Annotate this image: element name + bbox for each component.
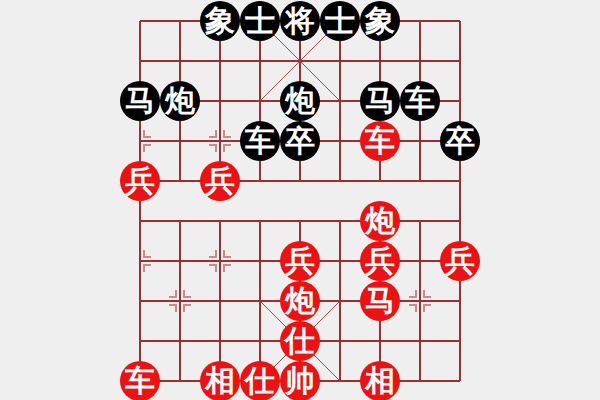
piece-black-chariot[interactable]: 车 xyxy=(400,81,440,121)
point-marker xyxy=(223,264,231,272)
piece-red-soldier[interactable]: 兵 xyxy=(200,161,240,201)
piece-black-cannon[interactable]: 炮 xyxy=(280,81,320,121)
piece-red-cannon[interactable]: 炮 xyxy=(360,201,400,241)
point-marker xyxy=(223,130,231,138)
piece-black-chariot[interactable]: 车 xyxy=(240,121,280,161)
point-marker xyxy=(143,264,151,272)
point-marker xyxy=(423,304,431,312)
point-marker xyxy=(423,290,431,298)
piece-black-cannon[interactable]: 炮 xyxy=(160,81,200,121)
piece-red-elephant[interactable]: 相 xyxy=(360,361,400,400)
piece-black-elephant[interactable]: 象 xyxy=(360,1,400,41)
piece-black-horse[interactable]: 马 xyxy=(360,81,400,121)
piece-black-soldier[interactable]: 卒 xyxy=(440,121,480,161)
point-marker xyxy=(409,290,417,298)
piece-red-advisor[interactable]: 仕 xyxy=(280,321,320,361)
piece-red-soldier[interactable]: 兵 xyxy=(120,161,160,201)
piece-red-general[interactable]: 帅 xyxy=(280,361,320,400)
piece-red-soldier[interactable]: 兵 xyxy=(280,241,320,281)
piece-black-advisor[interactable]: 士 xyxy=(320,1,360,41)
piece-red-chariot[interactable]: 车 xyxy=(360,121,400,161)
point-marker xyxy=(183,304,191,312)
point-marker xyxy=(223,250,231,258)
piece-black-advisor[interactable]: 士 xyxy=(240,1,280,41)
piece-black-general[interactable]: 将 xyxy=(280,1,320,41)
point-marker xyxy=(209,250,217,258)
piece-black-soldier[interactable]: 卒 xyxy=(280,121,320,161)
piece-red-cannon[interactable]: 炮 xyxy=(280,281,320,321)
point-marker xyxy=(169,304,177,312)
point-marker xyxy=(209,144,217,152)
point-marker xyxy=(409,304,417,312)
point-marker xyxy=(209,264,217,272)
point-marker xyxy=(143,144,151,152)
point-marker xyxy=(223,144,231,152)
point-marker xyxy=(143,250,151,258)
piece-red-elephant[interactable]: 相 xyxy=(200,361,240,400)
point-marker xyxy=(143,130,151,138)
piece-black-elephant[interactable]: 象 xyxy=(200,1,240,41)
piece-black-horse[interactable]: 马 xyxy=(120,81,160,121)
piece-red-soldier[interactable]: 兵 xyxy=(440,241,480,281)
xiangqi-board[interactable]: 象士将士象马炮炮马车车卒卒车兵兵炮兵兵兵炮马仕车相仕帅相 xyxy=(0,0,600,400)
piece-red-soldier[interactable]: 兵 xyxy=(360,241,400,281)
piece-red-chariot[interactable]: 车 xyxy=(120,361,160,400)
point-marker xyxy=(209,130,217,138)
piece-red-advisor[interactable]: 仕 xyxy=(240,361,280,400)
piece-red-horse[interactable]: 马 xyxy=(360,281,400,321)
point-marker xyxy=(169,290,177,298)
point-marker xyxy=(183,290,191,298)
